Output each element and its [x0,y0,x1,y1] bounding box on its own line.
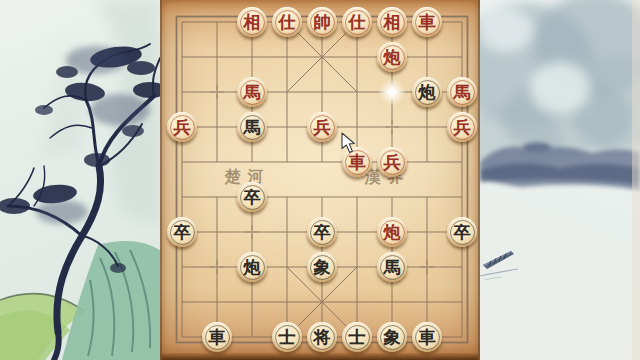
piece-glyph: 馬 [244,83,261,100]
piece-black-king[interactable]: 将 [307,322,337,352]
piece-black-soldier[interactable]: 卒 [307,217,337,247]
piece-glyph: 象 [314,258,331,275]
piece-red-cannon[interactable]: 炮 [377,217,407,247]
piece-black-advisor[interactable]: 士 [342,322,372,352]
piece-red-soldier[interactable]: 兵 [377,147,407,177]
piece-black-cannon[interactable]: 炮 [237,252,267,282]
piece-red-soldier[interactable]: 兵 [167,112,197,142]
piece-glyph: 炮 [384,223,401,240]
misty-mountains-illustration [480,0,640,360]
piece-glyph: 兵 [314,118,331,135]
piece-black-cannon[interactable]: 炮 [412,77,442,107]
piece-glyph: 炮 [244,258,261,275]
right-painting-panel [480,0,640,360]
piece-glyph: 相 [244,13,261,30]
piece-red-horse[interactable]: 馬 [237,77,267,107]
piece-black-horse[interactable]: 馬 [377,252,407,282]
piece-black-chariot[interactable]: 車 [412,322,442,352]
piece-glyph: 馬 [454,83,471,100]
piece-black-soldier[interactable]: 卒 [237,182,267,212]
piece-glyph: 馬 [384,258,401,275]
piece-glyph: 帥 [314,13,331,30]
piece-glyph: 士 [349,328,366,345]
piece-glyph: 馬 [244,118,261,135]
ink-tree-illustration [0,0,160,360]
piece-glyph: 卒 [454,223,471,240]
left-painting-panel [0,0,160,360]
piece-glyph: 兵 [174,118,191,135]
piece-red-advisor[interactable]: 仕 [272,7,302,37]
piece-glyph: 車 [419,13,436,30]
piece-glyph: 仕 [279,13,296,30]
piece-red-elephant[interactable]: 相 [237,7,267,37]
piece-red-chariot[interactable]: 車 [342,147,372,177]
piece-glyph: 相 [384,13,401,30]
xiangqi-board[interactable]: 楚河 漢界 相仕帥仕相車炮馬炮馬兵馬兵兵車兵卒卒卒炮卒炮象馬車士将士象車 [160,0,480,360]
piece-glyph: 車 [209,328,226,345]
piece-glyph: 兵 [454,118,471,135]
piece-glyph: 士 [279,328,296,345]
piece-glyph: 仕 [349,13,366,30]
piece-black-soldier[interactable]: 卒 [167,217,197,247]
piece-glyph: 卒 [174,223,191,240]
piece-red-advisor[interactable]: 仕 [342,7,372,37]
piece-red-king[interactable]: 帥 [307,7,337,37]
piece-glyph: 炮 [419,83,436,100]
piece-glyph: 将 [314,328,331,345]
piece-red-soldier[interactable]: 兵 [307,112,337,142]
piece-glyph: 象 [384,328,401,345]
piece-glyph: 兵 [384,153,401,170]
piece-black-soldier[interactable]: 卒 [447,217,477,247]
piece-black-elephant[interactable]: 象 [377,322,407,352]
piece-glyph: 車 [419,328,436,345]
piece-red-cannon[interactable]: 炮 [377,42,407,72]
piece-red-elephant[interactable]: 相 [377,7,407,37]
piece-glyph: 卒 [244,188,261,205]
piece-black-horse[interactable]: 馬 [237,112,267,142]
piece-glyph: 卒 [314,223,331,240]
piece-red-soldier[interactable]: 兵 [447,112,477,142]
piece-glyph: 炮 [384,48,401,65]
piece-black-advisor[interactable]: 士 [272,322,302,352]
app-window: 楚河 漢界 相仕帥仕相車炮馬炮馬兵馬兵兵車兵卒卒卒炮卒炮象馬車士将士象車 [0,0,640,360]
boat-illustration [480,251,518,280]
piece-red-horse[interactable]: 馬 [447,77,477,107]
piece-glyph: 車 [349,153,366,170]
piece-black-elephant[interactable]: 象 [307,252,337,282]
piece-red-chariot[interactable]: 車 [412,7,442,37]
piece-black-chariot[interactable]: 車 [202,322,232,352]
